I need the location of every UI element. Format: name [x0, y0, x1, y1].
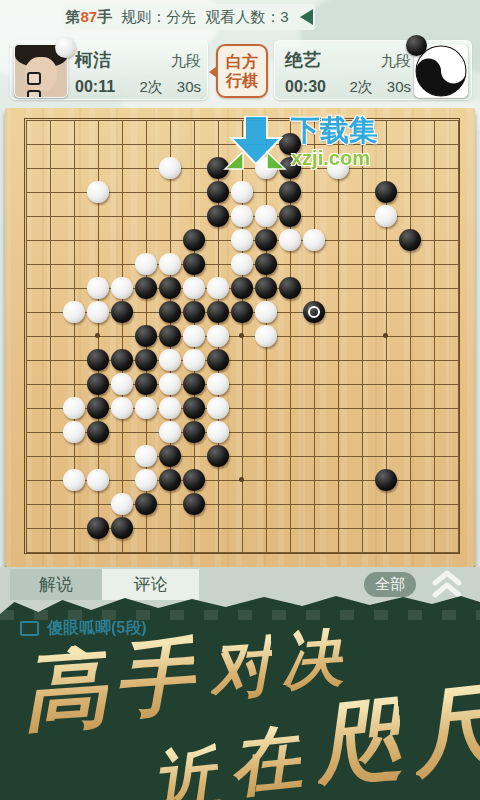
- black-stone: [279, 205, 301, 227]
- white-stone: [159, 349, 181, 371]
- star-point: [383, 333, 388, 338]
- white-stone: [207, 325, 229, 347]
- byoyomi-periods: 2次: [139, 78, 162, 97]
- white-stone: [159, 373, 181, 395]
- black-stone: [183, 373, 205, 395]
- watermark-title: 下载集: [291, 116, 378, 145]
- white-stone: [183, 325, 205, 347]
- white-stone: [255, 325, 277, 347]
- black-stone: [159, 469, 181, 491]
- white-stone: [207, 397, 229, 419]
- black-stone: [375, 181, 397, 203]
- white-stone: [159, 253, 181, 275]
- glasses-icon: [27, 71, 55, 80]
- white-stone: [63, 421, 85, 443]
- white-stone: [255, 205, 277, 227]
- white-stone: [111, 493, 133, 515]
- black-stone: [207, 301, 229, 323]
- black-stone: [135, 373, 157, 395]
- white-stone: [255, 301, 277, 323]
- star-point: [95, 333, 100, 338]
- black-stone: [183, 301, 205, 323]
- black-stone: [183, 397, 205, 419]
- goban[interactable]: 下载集 xzji.com: [5, 108, 475, 567]
- ink-banner: 傻眼呱唧(5段) 高手对决 近在咫尺: [0, 592, 480, 800]
- move-number: 87: [80, 8, 97, 25]
- star-point: [239, 477, 244, 482]
- black-stone: [135, 325, 157, 347]
- byoyomi-seconds: 30s: [387, 78, 411, 95]
- tab-commentary[interactable]: 解说: [10, 569, 102, 600]
- white-stone: [87, 277, 109, 299]
- stones-layer: [26, 120, 459, 553]
- collapse-left-icon[interactable]: [300, 9, 313, 25]
- black-stone: [183, 253, 205, 275]
- white-stone: [231, 181, 253, 203]
- player-name: 柯洁: [75, 48, 111, 72]
- black-stone: [207, 349, 229, 371]
- black-stone: [231, 301, 253, 323]
- white-stone: [159, 397, 181, 419]
- player-panel-black: 绝艺 九段 00:30 2次 30s: [274, 40, 472, 100]
- turn-indicator-seal: 白方行棋: [216, 44, 268, 98]
- white-stone: [135, 469, 157, 491]
- collapse-double-chevron-icon[interactable]: [430, 570, 464, 599]
- watermark: 下载集 xzji.com: [223, 116, 378, 170]
- white-stone: [63, 301, 85, 323]
- white-stone: [183, 277, 205, 299]
- white-stone: [111, 373, 133, 395]
- black-stone: [183, 421, 205, 443]
- black-stone: [111, 517, 133, 539]
- black-stone: [207, 205, 229, 227]
- byoyomi-periods: 2次: [349, 78, 372, 97]
- black-stone: [207, 181, 229, 203]
- tab-bar: 解说 评论 全部: [0, 569, 480, 600]
- player-rank: 九段: [171, 52, 201, 71]
- black-stone: [87, 397, 109, 419]
- black-stone: [135, 349, 157, 371]
- white-stone: [231, 205, 253, 227]
- black-stone: [183, 229, 205, 251]
- black-stone: [159, 277, 181, 299]
- white-stone: [207, 421, 229, 443]
- black-stone: [87, 421, 109, 443]
- white-stone-icon: [55, 37, 76, 58]
- black-stone-icon: [406, 35, 427, 56]
- white-stone: [183, 349, 205, 371]
- black-stone: [207, 445, 229, 467]
- black-stone: [87, 349, 109, 371]
- white-stone: [111, 397, 133, 419]
- byoyomi-seconds: 30s: [177, 78, 201, 95]
- black-stone: [183, 493, 205, 515]
- all-filter-button[interactable]: 全部: [364, 572, 416, 597]
- black-stone: [159, 301, 181, 323]
- black-stone: [279, 181, 301, 203]
- black-stone: [135, 493, 157, 515]
- white-stone: [63, 469, 85, 491]
- white-stone: [375, 205, 397, 227]
- white-stone: [207, 277, 229, 299]
- white-stone: [231, 229, 253, 251]
- white-stone: [111, 277, 133, 299]
- black-stone: [255, 253, 277, 275]
- white-stone: [303, 229, 325, 251]
- white-stone: [135, 445, 157, 467]
- white-stone: [87, 469, 109, 491]
- white-stone: [207, 373, 229, 395]
- screen-icon: [20, 621, 39, 636]
- black-stone: [183, 469, 205, 491]
- black-stone: [159, 445, 181, 467]
- white-stone: [63, 397, 85, 419]
- black-stone-last-move: [303, 301, 325, 323]
- main-time: 00:11: [75, 78, 115, 96]
- move-counter: 第87手: [65, 8, 112, 27]
- download-arrow-icon: [223, 116, 287, 170]
- black-stone: [159, 325, 181, 347]
- star-point: [239, 333, 244, 338]
- black-stone: [111, 349, 133, 371]
- player-name: 绝艺: [285, 48, 321, 72]
- white-stone: [87, 181, 109, 203]
- rule-label: 规则：分先: [121, 8, 196, 27]
- black-stone: [255, 229, 277, 251]
- white-stone: [87, 301, 109, 323]
- black-stone: [255, 277, 277, 299]
- white-stone: [135, 397, 157, 419]
- black-stone: [231, 277, 253, 299]
- viewers-label: 观看人数：3: [205, 8, 288, 27]
- tab-comments[interactable]: 评论: [102, 569, 199, 600]
- white-stone: [279, 229, 301, 251]
- black-stone: [87, 517, 109, 539]
- black-stone: [111, 301, 133, 323]
- black-stone: [375, 469, 397, 491]
- black-stone: [135, 277, 157, 299]
- main-time: 00:30: [285, 78, 326, 96]
- black-stone: [279, 277, 301, 299]
- white-stone: [159, 421, 181, 443]
- player-panel-white: 柯洁 九段 00:11 2次 30s: [10, 40, 208, 100]
- game-status-bar: 第87手 规则：分先 观看人数：3: [63, 4, 315, 30]
- white-stone: [135, 253, 157, 275]
- watermark-url: xzji.com: [291, 148, 378, 168]
- player-rank: 九段: [381, 52, 411, 71]
- white-stone: [159, 157, 181, 179]
- black-stone: [87, 373, 109, 395]
- white-stone: [231, 253, 253, 275]
- black-stone: [399, 229, 421, 251]
